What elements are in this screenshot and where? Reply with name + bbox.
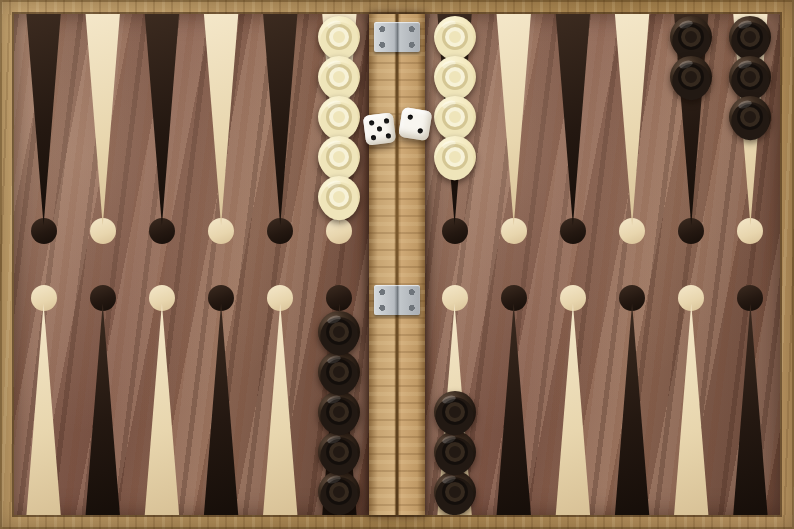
point-5[interactable] (484, 285, 543, 515)
board-half-left: ●●●●●●●●●● (14, 14, 369, 515)
point-triangle (142, 304, 181, 515)
point-triangle (83, 304, 122, 515)
point-21[interactable] (543, 14, 602, 244)
point-15[interactable] (132, 14, 191, 244)
point-17[interactable] (251, 14, 310, 244)
point-19[interactable]: ●●●● (425, 14, 484, 244)
point-11[interactable] (73, 285, 132, 515)
point-triangle (83, 14, 122, 225)
point-18[interactable]: ●●●●● (310, 14, 369, 244)
point-triangle (613, 14, 652, 225)
checker-stack: ●●● (434, 392, 476, 512)
point-6[interactable]: ●●● (425, 285, 484, 515)
point-20[interactable] (484, 14, 543, 244)
checker-white[interactable]: ● (318, 176, 360, 218)
bar-fold-seam (396, 14, 399, 515)
checker-black[interactable]: ● (670, 56, 712, 98)
dice-on-bar (365, 114, 430, 144)
point-4[interactable] (543, 285, 602, 515)
checker-white[interactable]: ● (434, 136, 476, 178)
point-13[interactable] (14, 14, 73, 244)
point-10[interactable] (132, 285, 191, 515)
point-triangle (142, 14, 181, 225)
point-triangle (672, 304, 711, 515)
point-triangle (202, 14, 241, 225)
center-bar (369, 14, 425, 515)
hinge-icon (374, 285, 420, 315)
point-1[interactable] (721, 285, 780, 515)
point-triangle (494, 304, 533, 515)
point-8[interactable] (251, 285, 310, 515)
point-triangle (261, 304, 300, 515)
point-triangle (202, 304, 241, 515)
point-9[interactable] (192, 285, 251, 515)
point-3[interactable] (603, 285, 662, 515)
point-24[interactable]: ●●● (721, 14, 780, 244)
point-triangle (613, 304, 652, 515)
checker-stack: ●●●●● (318, 312, 360, 512)
checker-black[interactable]: ● (318, 311, 360, 353)
point-22[interactable] (603, 14, 662, 244)
point-triangle (553, 304, 592, 515)
die-pip (385, 133, 391, 139)
checker-black[interactable]: ● (434, 391, 476, 433)
checker-stack: ●●●● (434, 17, 476, 177)
point-triangle (261, 14, 300, 225)
point-2[interactable] (662, 285, 721, 515)
die-pip (383, 118, 389, 124)
point-triangle (553, 14, 592, 225)
die-pip (370, 135, 376, 141)
die-2-value-2[interactable] (398, 107, 432, 141)
checker-stack: ●●●●● (318, 17, 360, 217)
point-triangle (494, 14, 533, 225)
point-12[interactable] (14, 285, 73, 515)
checker-stack: ●● (670, 17, 712, 97)
die-pip (377, 126, 383, 132)
backgammon-board-photo: ●●●●●●●●●● ●●●●●●●●●●●● (0, 0, 794, 529)
die-pip (417, 128, 423, 134)
die-pip (368, 120, 374, 126)
point-14[interactable] (73, 14, 132, 244)
checker-black[interactable]: ● (729, 96, 771, 138)
point-7[interactable]: ●●●●● (310, 285, 369, 515)
die-pip (407, 115, 413, 121)
die-1-value-5[interactable] (363, 112, 396, 145)
checker-stack: ●●● (729, 17, 771, 137)
playing-field: ●●●●●●●●●● ●●●●●●●●●●●● (14, 14, 780, 515)
point-16[interactable] (192, 14, 251, 244)
point-triangle (731, 304, 770, 515)
oak-frame: ●●●●●●●●●● ●●●●●●●●●●●● (0, 0, 794, 529)
point-triangle (24, 14, 63, 225)
board-half-right: ●●●●●●●●●●●● (425, 14, 780, 515)
hinge-icon (374, 22, 420, 52)
point-triangle (24, 304, 63, 515)
point-23[interactable]: ●● (662, 14, 721, 244)
